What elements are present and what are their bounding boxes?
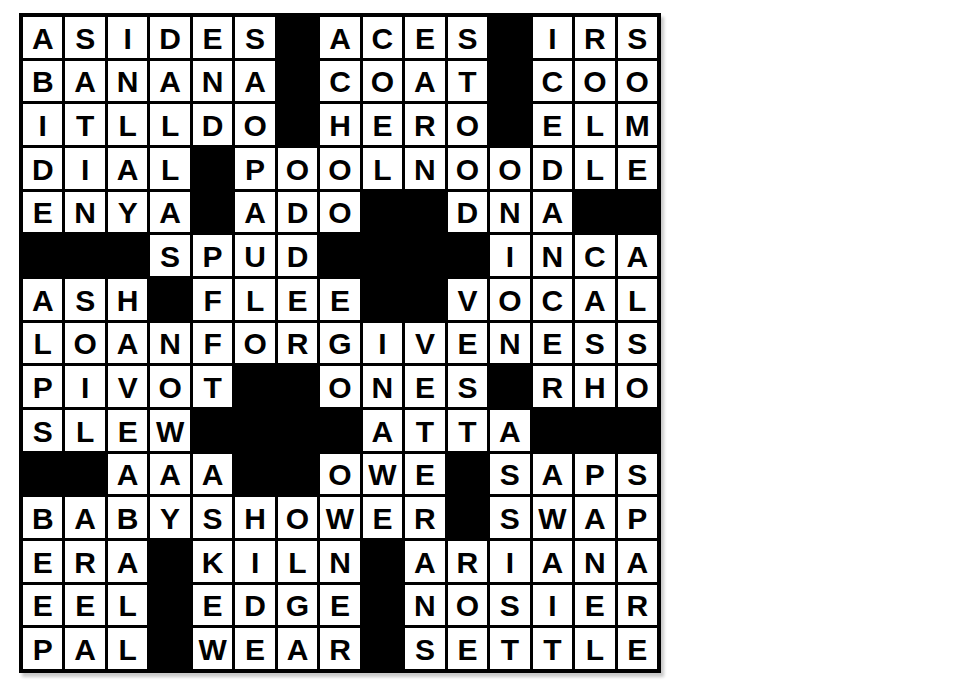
letter-cell-r15c1[interactable]: P xyxy=(23,628,62,669)
block-cell-r11c6 xyxy=(235,454,274,495)
letter-cell-r6c12[interactable]: I xyxy=(490,235,529,276)
letter-cell-r15c7[interactable]: A xyxy=(278,628,317,669)
letter-cell-r9c11[interactable]: S xyxy=(448,366,487,407)
letter-cell-r4c15[interactable]: E xyxy=(618,148,657,189)
letter-cell-r10c1[interactable]: S xyxy=(23,410,62,451)
letter-cell-r15c12[interactable]: T xyxy=(490,628,529,669)
letter-cell-r1c9[interactable]: C xyxy=(363,17,402,58)
letter-cell-r9c3[interactable]: V xyxy=(108,366,147,407)
block-cell-r2c7 xyxy=(278,61,317,102)
letter-cell-r1c2[interactable]: S xyxy=(65,17,104,58)
letter-cell-r7c14[interactable]: A xyxy=(575,279,614,320)
letter-cell-r6c5[interactable]: P xyxy=(193,235,232,276)
letter-cell-r12c12[interactable]: S xyxy=(490,497,529,538)
block-cell-r10c13 xyxy=(533,410,572,451)
block-cell-r5c9 xyxy=(363,192,402,233)
letter-cell-r3c11[interactable]: O xyxy=(448,104,487,145)
letter-cell-r14c11[interactable]: O xyxy=(448,585,487,626)
letter-cell-r9c5[interactable]: T xyxy=(193,366,232,407)
letter-cell-r9c9[interactable]: N xyxy=(363,366,402,407)
letter-cell-r15c15[interactable]: E xyxy=(618,628,657,669)
block-cell-r1c7 xyxy=(278,17,317,58)
block-cell-r10c6 xyxy=(235,410,274,451)
letter-cell-r13c7[interactable]: L xyxy=(278,541,317,582)
block-cell-r14c9 xyxy=(363,585,402,626)
letter-cell-r11c3[interactable]: A xyxy=(108,454,147,495)
letter-cell-r2c2[interactable]: A xyxy=(65,61,104,102)
letter-cell-r7c6[interactable]: L xyxy=(235,279,274,320)
block-cell-r9c7 xyxy=(278,366,317,407)
block-cell-r7c10 xyxy=(405,279,444,320)
block-cell-r10c5 xyxy=(193,410,232,451)
letter-cell-r6c15[interactable]: A xyxy=(618,235,657,276)
block-cell-r13c4 xyxy=(150,541,189,582)
letter-cell-r13c10[interactable]: A xyxy=(405,541,444,582)
letter-cell-r3c1[interactable]: I xyxy=(23,104,62,145)
letter-cell-r8c13[interactable]: E xyxy=(533,323,572,364)
letter-cell-r9c13[interactable]: R xyxy=(533,366,572,407)
letter-cell-r4c7[interactable]: O xyxy=(278,148,317,189)
letter-cell-r15c3[interactable]: L xyxy=(108,628,147,669)
letter-cell-r11c13[interactable]: A xyxy=(533,454,572,495)
letter-cell-r12c7[interactable]: O xyxy=(278,497,317,538)
letter-cell-r11c10[interactable]: E xyxy=(405,454,444,495)
letter-cell-r14c3[interactable]: L xyxy=(108,585,147,626)
letter-cell-r9c15[interactable]: O xyxy=(618,366,657,407)
block-cell-r6c1 xyxy=(23,235,62,276)
letter-cell-r9c8[interactable]: O xyxy=(320,366,359,407)
letter-cell-r14c7[interactable]: G xyxy=(278,585,317,626)
letter-cell-r3c2[interactable]: T xyxy=(65,104,104,145)
block-cell-r15c4 xyxy=(150,628,189,669)
letter-cell-r15c6[interactable]: E xyxy=(235,628,274,669)
letter-cell-r3c6[interactable]: O xyxy=(235,104,274,145)
letter-cell-r11c14[interactable]: P xyxy=(575,454,614,495)
letter-cell-r6c4[interactable]: S xyxy=(150,235,189,276)
letter-cell-r7c15[interactable]: L xyxy=(618,279,657,320)
block-cell-r5c15 xyxy=(618,192,657,233)
letter-cell-r5c1[interactable]: E xyxy=(23,192,62,233)
letter-cell-r5c6[interactable]: A xyxy=(235,192,274,233)
letter-cell-r8c7[interactable]: R xyxy=(278,323,317,364)
letter-cell-r1c15[interactable]: S xyxy=(618,17,657,58)
block-cell-r9c12 xyxy=(490,366,529,407)
letter-cell-r4c13[interactable]: D xyxy=(533,148,572,189)
letter-cell-r4c12[interactable]: O xyxy=(490,148,529,189)
block-cell-r5c14 xyxy=(575,192,614,233)
block-cell-r9c6 xyxy=(235,366,274,407)
letter-cell-r8c5[interactable]: F xyxy=(193,323,232,364)
letter-cell-r2c10[interactable]: A xyxy=(405,61,444,102)
letter-cell-r7c3[interactable]: H xyxy=(108,279,147,320)
letter-cell-r1c8[interactable]: A xyxy=(320,17,359,58)
letter-cell-r15c13[interactable]: T xyxy=(533,628,572,669)
letter-cell-r9c2[interactable]: I xyxy=(65,366,104,407)
letter-cell-r9c10[interactable]: E xyxy=(405,366,444,407)
letter-cell-r2c6[interactable]: A xyxy=(235,61,274,102)
letter-cell-r2c1[interactable]: B xyxy=(23,61,62,102)
letter-cell-r15c14[interactable]: L xyxy=(575,628,614,669)
letter-cell-r4c10[interactable]: N xyxy=(405,148,444,189)
letter-cell-r1c1[interactable]: A xyxy=(23,17,62,58)
letter-cell-r8c6[interactable]: O xyxy=(235,323,274,364)
letter-cell-r13c5[interactable]: K xyxy=(193,541,232,582)
block-cell-r3c7 xyxy=(278,104,317,145)
block-cell-r6c9 xyxy=(363,235,402,276)
letter-cell-r2c4[interactable]: A xyxy=(150,61,189,102)
letter-cell-r1c10[interactable]: E xyxy=(405,17,444,58)
letter-cell-r4c11[interactable]: O xyxy=(448,148,487,189)
letter-cell-r8c1[interactable]: L xyxy=(23,323,62,364)
block-cell-r7c9 xyxy=(363,279,402,320)
letter-cell-r12c2[interactable]: A xyxy=(65,497,104,538)
letter-cell-r2c15[interactable]: O xyxy=(618,61,657,102)
letter-cell-r9c14[interactable]: H xyxy=(575,366,614,407)
letter-cell-r11c15[interactable]: S xyxy=(618,454,657,495)
letter-cell-r14c15[interactable]: R xyxy=(618,585,657,626)
letter-cell-r4c1[interactable]: D xyxy=(23,148,62,189)
letter-cell-r9c4[interactable]: O xyxy=(150,366,189,407)
block-cell-r2c12 xyxy=(490,61,529,102)
block-cell-r6c3 xyxy=(108,235,147,276)
block-cell-r14c4 xyxy=(150,585,189,626)
letter-cell-r4c2[interactable]: I xyxy=(65,148,104,189)
block-cell-r11c11 xyxy=(448,454,487,495)
block-cell-r5c10 xyxy=(405,192,444,233)
letter-cell-r14c14[interactable]: E xyxy=(575,585,614,626)
block-cell-r10c7 xyxy=(278,410,317,451)
letter-cell-r4c8[interactable]: O xyxy=(320,148,359,189)
letter-cell-r11c12[interactable]: S xyxy=(490,454,529,495)
letter-cell-r2c14[interactable]: O xyxy=(575,61,614,102)
block-cell-r11c2 xyxy=(65,454,104,495)
letter-cell-r14c13[interactable]: I xyxy=(533,585,572,626)
letter-cell-r10c9[interactable]: A xyxy=(363,410,402,451)
letter-cell-r4c9[interactable]: L xyxy=(363,148,402,189)
block-cell-r6c10 xyxy=(405,235,444,276)
block-cell-r12c11 xyxy=(448,497,487,538)
letter-cell-r8c10[interactable]: V xyxy=(405,323,444,364)
letter-cell-r5c13[interactable]: A xyxy=(533,192,572,233)
letter-cell-r10c10[interactable]: T xyxy=(405,410,444,451)
letter-cell-r12c13[interactable]: W xyxy=(533,497,572,538)
letter-cell-r12c3[interactable]: B xyxy=(108,497,147,538)
letter-cell-r14c1[interactable]: E xyxy=(23,585,62,626)
letter-cell-r1c5[interactable]: E xyxy=(193,17,232,58)
letter-cell-r6c13[interactable]: N xyxy=(533,235,572,276)
letter-cell-r2c11[interactable]: T xyxy=(448,61,487,102)
letter-cell-r14c8[interactable]: E xyxy=(320,585,359,626)
letter-cell-r8c15[interactable]: S xyxy=(618,323,657,364)
letter-cell-r15c10[interactable]: S xyxy=(405,628,444,669)
letter-cell-r14c6[interactable]: D xyxy=(235,585,274,626)
letter-cell-r3c9[interactable]: E xyxy=(363,104,402,145)
letter-cell-r5c2[interactable]: N xyxy=(65,192,104,233)
letter-cell-r7c13[interactable]: C xyxy=(533,279,572,320)
letter-cell-r8c8[interactable]: G xyxy=(320,323,359,364)
letter-cell-r7c8[interactable]: E xyxy=(320,279,359,320)
block-cell-r6c2 xyxy=(65,235,104,276)
letter-cell-r4c6[interactable]: P xyxy=(235,148,274,189)
letter-cell-r8c14[interactable]: S xyxy=(575,323,614,364)
letter-cell-r12c9[interactable]: E xyxy=(363,497,402,538)
letter-cell-r12c10[interactable]: R xyxy=(405,497,444,538)
letter-cell-r13c8[interactable]: N xyxy=(320,541,359,582)
block-cell-r1c12 xyxy=(490,17,529,58)
block-cell-r10c14 xyxy=(575,410,614,451)
block-cell-r6c8 xyxy=(320,235,359,276)
letter-cell-r12c1[interactable]: B xyxy=(23,497,62,538)
block-cell-r7c4 xyxy=(150,279,189,320)
letter-cell-r1c3[interactable]: I xyxy=(108,17,147,58)
letter-cell-r12c8[interactable]: W xyxy=(320,497,359,538)
letter-cell-r14c2[interactable]: E xyxy=(65,585,104,626)
letter-cell-r11c4[interactable]: A xyxy=(150,454,189,495)
letter-cell-r8c12[interactable]: N xyxy=(490,323,529,364)
letter-cell-r11c5[interactable]: A xyxy=(193,454,232,495)
letter-cell-r3c8[interactable]: H xyxy=(320,104,359,145)
letter-cell-r13c6[interactable]: I xyxy=(235,541,274,582)
letter-cell-r1c6[interactable]: S xyxy=(235,17,274,58)
letter-cell-r13c14[interactable]: N xyxy=(575,541,614,582)
letter-cell-r4c14[interactable]: L xyxy=(575,148,614,189)
letter-cell-r10c12[interactable]: A xyxy=(490,410,529,451)
letter-cell-r3c13[interactable]: E xyxy=(533,104,572,145)
letter-cell-r13c11[interactable]: R xyxy=(448,541,487,582)
letter-cell-r2c8[interactable]: C xyxy=(320,61,359,102)
block-cell-r6c11 xyxy=(448,235,487,276)
letter-cell-r8c11[interactable]: E xyxy=(448,323,487,364)
letter-cell-r4c3[interactable]: A xyxy=(108,148,147,189)
letter-cell-r15c8[interactable]: R xyxy=(320,628,359,669)
letter-cell-r2c9[interactable]: O xyxy=(363,61,402,102)
letter-cell-r4c4[interactable]: L xyxy=(150,148,189,189)
letter-cell-r14c12[interactable]: S xyxy=(490,585,529,626)
letter-cell-r13c12[interactable]: I xyxy=(490,541,529,582)
letter-cell-r8c3[interactable]: A xyxy=(108,323,147,364)
letter-cell-r12c4[interactable]: Y xyxy=(150,497,189,538)
letter-cell-r5c8[interactable]: O xyxy=(320,192,359,233)
block-cell-r3c12 xyxy=(490,104,529,145)
letter-cell-r12c15[interactable]: P xyxy=(618,497,657,538)
letter-cell-r6c6[interactable]: U xyxy=(235,235,274,276)
letter-cell-r6c7[interactable]: D xyxy=(278,235,317,276)
letter-cell-r7c1[interactable]: A xyxy=(23,279,62,320)
letter-cell-r7c5[interactable]: F xyxy=(193,279,232,320)
letter-cell-r7c12[interactable]: O xyxy=(490,279,529,320)
letter-cell-r15c5[interactable]: W xyxy=(193,628,232,669)
letter-cell-r1c14[interactable]: R xyxy=(575,17,614,58)
letter-cell-r5c12[interactable]: N xyxy=(490,192,529,233)
letter-cell-r7c2[interactable]: S xyxy=(65,279,104,320)
letter-cell-r15c2[interactable]: A xyxy=(65,628,104,669)
letter-cell-r2c13[interactable]: C xyxy=(533,61,572,102)
letter-cell-r1c13[interactable]: I xyxy=(533,17,572,58)
block-cell-r10c8 xyxy=(320,410,359,451)
letter-cell-r15c11[interactable]: E xyxy=(448,628,487,669)
letter-cell-r7c11[interactable]: V xyxy=(448,279,487,320)
letter-cell-r3c5[interactable]: D xyxy=(193,104,232,145)
letter-cell-r12c6[interactable]: H xyxy=(235,497,274,538)
block-cell-r4c5 xyxy=(193,148,232,189)
letter-cell-r3c4[interactable]: L xyxy=(150,104,189,145)
block-cell-r11c7 xyxy=(278,454,317,495)
letter-cell-r5c11[interactable]: D xyxy=(448,192,487,233)
letter-cell-r1c4[interactable]: D xyxy=(150,17,189,58)
letter-cell-r13c13[interactable]: A xyxy=(533,541,572,582)
letter-cell-r9c1[interactable]: P xyxy=(23,366,62,407)
letter-cell-r13c15[interactable]: A xyxy=(618,541,657,582)
letter-cell-r5c3[interactable]: Y xyxy=(108,192,147,233)
letter-cell-r14c5[interactable]: E xyxy=(193,585,232,626)
letter-cell-r12c5[interactable]: S xyxy=(193,497,232,538)
letter-cell-r8c9[interactable]: I xyxy=(363,323,402,364)
letter-cell-r3c15[interactable]: M xyxy=(618,104,657,145)
letter-cell-r3c10[interactable]: R xyxy=(405,104,444,145)
letter-cell-r1c11[interactable]: S xyxy=(448,17,487,58)
block-cell-r13c9 xyxy=(363,541,402,582)
letter-cell-r6c14[interactable]: C xyxy=(575,235,614,276)
crossword-grid: ASIDESACESIRSBANANACOATCOOITLLDOHEROELMD… xyxy=(19,13,661,673)
letter-cell-r13c1[interactable]: E xyxy=(23,541,62,582)
block-cell-r10c15 xyxy=(618,410,657,451)
letter-cell-r11c8[interactable]: O xyxy=(320,454,359,495)
letter-cell-r14c10[interactable]: N xyxy=(405,585,444,626)
letter-cell-r13c3[interactable]: A xyxy=(108,541,147,582)
letter-cell-r12c14[interactable]: A xyxy=(575,497,614,538)
letter-cell-r10c3[interactable]: E xyxy=(108,410,147,451)
block-cell-r11c1 xyxy=(23,454,62,495)
letter-cell-r2c5[interactable]: N xyxy=(193,61,232,102)
block-cell-r5c5 xyxy=(193,192,232,233)
letter-cell-r11c9[interactable]: W xyxy=(363,454,402,495)
letter-cell-r13c2[interactable]: R xyxy=(65,541,104,582)
block-cell-r15c9 xyxy=(363,628,402,669)
letter-cell-r10c11[interactable]: T xyxy=(448,410,487,451)
letter-cell-r5c7[interactable]: D xyxy=(278,192,317,233)
letter-cell-r8c2[interactable]: O xyxy=(65,323,104,364)
letter-cell-r5c4[interactable]: A xyxy=(150,192,189,233)
letter-cell-r7c7[interactable]: E xyxy=(278,279,317,320)
letter-cell-r2c3[interactable]: N xyxy=(108,61,147,102)
letter-cell-r3c14[interactable]: L xyxy=(575,104,614,145)
letter-cell-r10c2[interactable]: L xyxy=(65,410,104,451)
letter-cell-r8c4[interactable]: N xyxy=(150,323,189,364)
letter-cell-r3c3[interactable]: L xyxy=(108,104,147,145)
letter-cell-r10c4[interactable]: W xyxy=(150,410,189,451)
